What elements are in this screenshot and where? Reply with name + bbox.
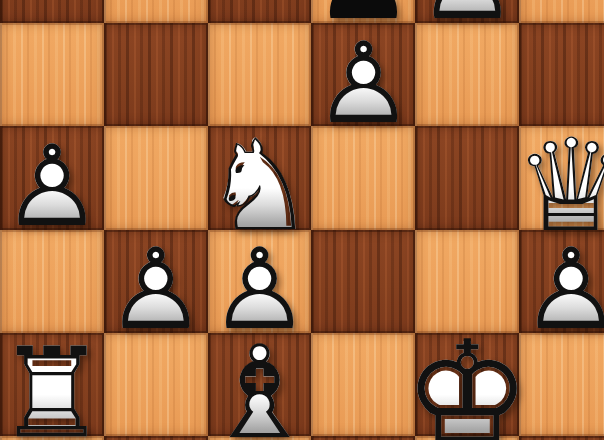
pawn-glyph: ♙ [208,238,312,341]
square-g6[interactable] [519,0,604,23]
pawn-glyph-fill: ♟ [104,238,208,341]
king-glyph-fill: ♚ [415,341,519,440]
square-d2[interactable]: ♝♗ [208,333,312,436]
square-d3[interactable]: ♟♙ [208,230,312,333]
square-b2[interactable]: ♜♖ [0,333,104,436]
square-e1[interactable] [311,436,415,440]
pawn-glyph: ♙ [0,134,104,237]
square-f2[interactable]: ♚♔ [415,333,519,436]
square-f4[interactable] [415,126,519,229]
square-f5[interactable] [415,23,519,126]
square-d1[interactable] [208,436,312,440]
bishop-glyph: ♗ [208,341,312,440]
queen-glyph: ♕ [519,134,604,237]
square-b6[interactable] [0,0,104,23]
chess-board: ♟♟♙♟♙♟♙♞♘♛♕♟♙♟♙♟♙♜♖♝♗♚♔ [0,0,604,440]
piece-white-pawn-g3[interactable]: ♟♙ [519,230,604,333]
piece-white-pawn-f6[interactable]: ♟♙ [415,0,519,23]
queen-glyph-fill: ♛ [519,134,604,237]
square-e4[interactable] [311,126,415,229]
piece-white-pawn-d3[interactable]: ♟♙ [208,230,312,333]
square-g2[interactable] [519,333,604,436]
piece-black-pawn-e6[interactable]: ♟ [311,0,415,23]
square-b3[interactable] [0,230,104,333]
rook-glyph: ♖ [0,341,104,440]
pawn-glyph: ♙ [519,238,604,341]
square-c2[interactable] [104,333,208,436]
pawn-glyph-fill: ♟ [519,238,604,341]
knight-glyph: ♘ [208,134,312,237]
square-c3[interactable]: ♟♙ [104,230,208,333]
piece-white-pawn-c3[interactable]: ♟♙ [104,230,208,333]
pawn-glyph-fill: ♟ [0,134,104,237]
piece-white-queen-g4[interactable]: ♛♕ [519,126,604,229]
square-c6[interactable] [104,0,208,23]
piece-white-king-f2[interactable]: ♚♔ [415,333,519,436]
square-b4[interactable]: ♟♙ [0,126,104,229]
square-e3[interactable] [311,230,415,333]
piece-white-bishop-d2[interactable]: ♝♗ [208,333,312,436]
square-d4[interactable]: ♞♘ [208,126,312,229]
square-c5[interactable] [104,23,208,126]
square-b1[interactable] [0,436,104,440]
pawn-glyph-fill: ♟ [208,238,312,341]
piece-white-pawn-b4[interactable]: ♟♙ [0,126,104,229]
pawn-glyph-fill: ♟ [311,31,415,134]
pawn-glyph: ♙ [104,238,208,341]
square-c4[interactable] [104,126,208,229]
square-c1[interactable] [104,436,208,440]
square-e2[interactable] [311,333,415,436]
square-g1[interactable] [519,436,604,440]
square-e6[interactable]: ♟ [311,0,415,23]
square-g3[interactable]: ♟♙ [519,230,604,333]
piece-white-knight-d4[interactable]: ♞♘ [208,126,312,229]
rook-glyph-fill: ♜ [0,341,104,440]
square-f1[interactable] [415,436,519,440]
piece-white-pawn-e5[interactable]: ♟♙ [311,23,415,126]
square-b5[interactable] [0,23,104,126]
square-g5[interactable] [519,23,604,126]
piece-white-rook-b2[interactable]: ♜♖ [0,333,104,436]
bishop-glyph-fill: ♝ [208,341,312,440]
square-e5[interactable]: ♟♙ [311,23,415,126]
square-d5[interactable] [208,23,312,126]
king-glyph: ♔ [415,341,519,440]
square-f6[interactable]: ♟♙ [415,0,519,23]
chessboard-screenshot: ♟♟♙♟♙♟♙♞♘♛♕♟♙♟♙♟♙♜♖♝♗♚♔ [0,0,604,440]
knight-glyph-fill: ♞ [208,134,312,237]
square-d6[interactable] [208,0,312,23]
square-f3[interactable] [415,230,519,333]
square-g4[interactable]: ♛♕ [519,126,604,229]
pawn-glyph: ♙ [311,31,415,134]
